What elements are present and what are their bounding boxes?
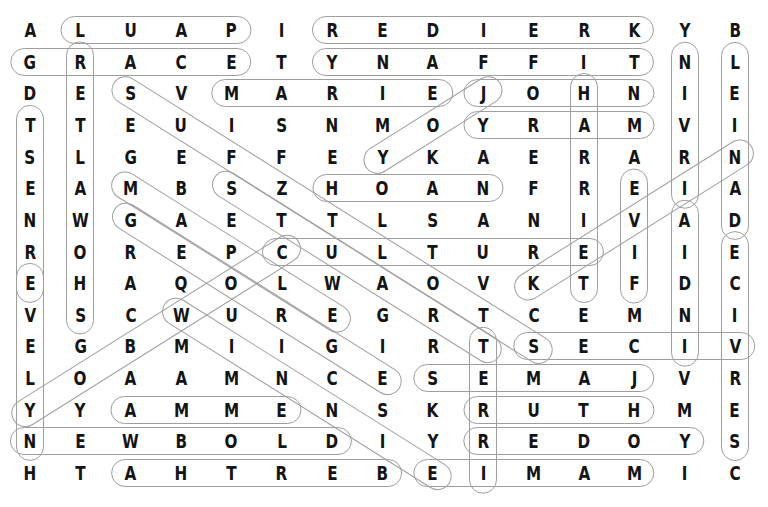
grid-cell-r8c2[interactable]: O (55, 237, 105, 267)
grid-cell-r5c8[interactable]: Y (357, 142, 407, 172)
grid-cell-r13c1[interactable]: Y (5, 395, 55, 425)
grid-cell-r4c10[interactable]: Y (458, 110, 508, 140)
grid-cell-r2c10[interactable]: F (458, 47, 508, 77)
grid-cell-r6c12[interactable]: R (559, 173, 609, 203)
grid-cell-r11c15[interactable]: V (710, 331, 760, 361)
grid-cell-r15c7[interactable]: E (307, 458, 357, 488)
grid-cell-r11c11[interactable]: S (509, 331, 559, 361)
grid-cell-r12c7[interactable]: C (307, 363, 357, 393)
grid-cell-r4c14[interactable]: V (660, 110, 710, 140)
grid-cell-r1c12[interactable]: R (559, 15, 609, 45)
grid-cell-r8c15[interactable]: E (710, 237, 760, 267)
grid-cell-r5c2[interactable]: L (55, 142, 105, 172)
grid-cell-r6c14[interactable]: I (660, 173, 710, 203)
grid-cell-r3c7[interactable]: R (307, 78, 357, 108)
grid-cell-r14c7[interactable]: D (307, 426, 357, 456)
grid-cell-r2c6[interactable]: T (257, 47, 307, 77)
grid-cell-r13c4[interactable]: M (156, 395, 206, 425)
grid-cell-r9c7[interactable]: W (307, 268, 357, 298)
grid-cell-r12c4[interactable]: A (156, 363, 206, 393)
grid-cell-r15c5[interactable]: T (206, 458, 256, 488)
grid-cell-r1c13[interactable]: K (609, 15, 659, 45)
grid-cell-r7c5[interactable]: E (206, 205, 256, 235)
grid-cell-r5c15[interactable]: N (710, 142, 760, 172)
grid-cell-r8c5[interactable]: P (206, 237, 256, 267)
grid-cell-r14c2[interactable]: E (55, 426, 105, 456)
grid-cell-r10c1[interactable]: V (5, 300, 55, 330)
grid-cell-r5c6[interactable]: F (257, 142, 307, 172)
grid-cell-r14c12[interactable]: D (559, 426, 609, 456)
grid-cell-r10c6[interactable]: R (257, 300, 307, 330)
grid-cell-r6c3[interactable]: M (106, 173, 156, 203)
grid-cell-r2c5[interactable]: E (206, 47, 256, 77)
grid-cell-r13c11[interactable]: U (509, 395, 559, 425)
grid-cell-r1c7[interactable]: R (307, 15, 357, 45)
grid-cell-r13c3[interactable]: A (106, 395, 156, 425)
grid-cell-r14c15[interactable]: S (710, 426, 760, 456)
grid-cell-r12c15[interactable]: R (710, 363, 760, 393)
grid-cell-r2c13[interactable]: T (609, 47, 659, 77)
grid-cell-r10c4[interactable]: W (156, 300, 206, 330)
grid-cell-r2c8[interactable]: N (357, 47, 407, 77)
grid-cell-r9c11[interactable]: K (509, 268, 559, 298)
grid-cell-r1c8[interactable]: E (357, 15, 407, 45)
grid-cell-r3c14[interactable]: I (660, 78, 710, 108)
grid-cell-r13c12[interactable]: T (559, 395, 609, 425)
grid-cell-r6c7[interactable]: H (307, 173, 357, 203)
grid-cell-r2c3[interactable]: A (106, 47, 156, 77)
grid-cell-r2c15[interactable]: L (710, 47, 760, 77)
grid-cell-r9c13[interactable]: F (609, 268, 659, 298)
grid-cell-r15c15[interactable]: C (710, 458, 760, 488)
grid-cell-r13c5[interactable]: M (206, 395, 256, 425)
grid-cell-r1c10[interactable]: I (458, 15, 508, 45)
grid-cell-r5c9[interactable]: K (408, 142, 458, 172)
grid-cell-r7c15[interactable]: D (710, 205, 760, 235)
grid-cell-r11c3[interactable]: B (106, 331, 156, 361)
grid-cell-r6c2[interactable]: A (55, 173, 105, 203)
grid-cell-r4c1[interactable]: T (5, 110, 55, 140)
grid-cell-r2c7[interactable]: Y (307, 47, 357, 77)
grid-cell-r12c12[interactable]: A (559, 363, 609, 393)
grid-cell-r4c9[interactable]: O (408, 110, 458, 140)
grid-cell-r11c9[interactable]: R (408, 331, 458, 361)
grid-cell-r7c10[interactable]: A (458, 205, 508, 235)
grid-cell-r4c12[interactable]: A (559, 110, 609, 140)
grid-cell-r3c12[interactable]: H (559, 78, 609, 108)
grid-cell-r9c6[interactable]: L (257, 268, 307, 298)
grid-cell-r3c6[interactable]: A (257, 78, 307, 108)
grid-cell-r10c7[interactable]: E (307, 300, 357, 330)
grid-cell-r11c12[interactable]: E (559, 331, 609, 361)
grid-cell-r7c11[interactable]: N (509, 205, 559, 235)
grid-cell-r8c13[interactable]: I (609, 237, 659, 267)
grid-cell-r3c5[interactable]: M (206, 78, 256, 108)
grid-cell-r1c1[interactable]: A (5, 15, 55, 45)
grid-cell-r13c10[interactable]: R (458, 395, 508, 425)
grid-cell-r6c5[interactable]: S (206, 173, 256, 203)
grid-cell-r9c12[interactable]: T (559, 268, 609, 298)
grid-cell-r13c15[interactable]: E (710, 395, 760, 425)
grid-cell-r9c1[interactable]: E (5, 268, 55, 298)
grid-cell-r12c3[interactable]: A (106, 363, 156, 393)
grid-cell-r10c5[interactable]: U (206, 300, 256, 330)
grid-cell-r3c1[interactable]: D (5, 78, 55, 108)
grid-cell-r12c8[interactable]: E (357, 363, 407, 393)
grid-cell-r8c1[interactable]: R (5, 237, 55, 267)
grid-cell-r9c8[interactable]: A (357, 268, 407, 298)
grid-cell-r7c4[interactable]: A (156, 205, 206, 235)
grid-cell-r15c2[interactable]: T (55, 458, 105, 488)
grid-cell-r12c1[interactable]: L (5, 363, 55, 393)
grid-cell-r1c4[interactable]: A (156, 15, 206, 45)
grid-cell-r15c6[interactable]: R (257, 458, 307, 488)
grid-cell-r15c12[interactable]: A (559, 458, 609, 488)
grid-cell-r3c15[interactable]: E (710, 78, 760, 108)
grid-cell-r6c13[interactable]: E (609, 173, 659, 203)
grid-cell-r11c5[interactable]: I (206, 331, 256, 361)
grid-cell-r5c10[interactable]: A (458, 142, 508, 172)
grid-cell-r5c11[interactable]: E (509, 142, 559, 172)
grid-cell-r7c1[interactable]: N (5, 205, 55, 235)
grid-cell-r1c5[interactable]: P (206, 15, 256, 45)
grid-cell-r8c11[interactable]: R (509, 237, 559, 267)
grid-cell-r2c11[interactable]: F (509, 47, 559, 77)
grid-cell-r11c13[interactable]: C (609, 331, 659, 361)
grid-cell-r15c8[interactable]: B (357, 458, 407, 488)
grid-cell-r5c12[interactable]: R (559, 142, 609, 172)
grid-cell-r12c11[interactable]: M (509, 363, 559, 393)
grid-cell-r6c8[interactable]: O (357, 173, 407, 203)
grid-cell-r7c12[interactable]: I (559, 205, 609, 235)
grid-cell-r3c11[interactable]: O (509, 78, 559, 108)
grid-cell-r13c14[interactable]: M (660, 395, 710, 425)
grid-cell-r4c7[interactable]: N (307, 110, 357, 140)
grid-cell-r14c6[interactable]: L (257, 426, 307, 456)
grid-cell-r1c15[interactable]: B (710, 15, 760, 45)
grid-cell-r8c12[interactable]: E (559, 237, 609, 267)
grid-cell-r3c3[interactable]: S (106, 78, 156, 108)
grid-cell-r14c13[interactable]: O (609, 426, 659, 456)
grid-cell-r2c14[interactable]: N (660, 47, 710, 77)
grid-cell-r14c4[interactable]: B (156, 426, 206, 456)
grid-cell-r8c10[interactable]: U (458, 237, 508, 267)
grid-cell-r4c13[interactable]: M (609, 110, 659, 140)
grid-cell-r3c2[interactable]: E (55, 78, 105, 108)
grid-cell-r9c10[interactable]: V (458, 268, 508, 298)
grid-cell-r10c15[interactable]: I (710, 300, 760, 330)
grid-cell-r8c8[interactable]: L (357, 237, 407, 267)
grid-cell-r5c14[interactable]: R (660, 142, 710, 172)
grid-cell-r1c11[interactable]: E (509, 15, 559, 45)
grid-cell-r9c2[interactable]: H (55, 268, 105, 298)
grid-cell-r14c5[interactable]: O (206, 426, 256, 456)
grid-cell-r12c9[interactable]: S (408, 363, 458, 393)
grid-cell-r6c1[interactable]: E (5, 173, 55, 203)
grid-cell-r11c2[interactable]: G (55, 331, 105, 361)
grid-cell-r3c10[interactable]: J (458, 78, 508, 108)
grid-cell-r8c9[interactable]: T (408, 237, 458, 267)
grid-cell-r14c11[interactable]: E (509, 426, 559, 456)
grid-cell-r4c8[interactable]: M (357, 110, 407, 140)
word-search-board: ALUAPIREDIERKYBGRACETYNAFFITNLDESVMARIEJ… (0, 0, 768, 507)
grid-cell-r6c6[interactable]: Z (257, 173, 307, 203)
grid-cell-r5c4[interactable]: E (156, 142, 206, 172)
grid-cell-r13c8[interactable]: S (357, 395, 407, 425)
grid-cell-r12c2[interactable]: O (55, 363, 105, 393)
grid-cell-r11c7[interactable]: G (307, 331, 357, 361)
grid-cell-r4c15[interactable]: I (710, 110, 760, 140)
grid-cell-r12c13[interactable]: J (609, 363, 659, 393)
grid-cell-r15c13[interactable]: M (609, 458, 659, 488)
grid-cell-r2c9[interactable]: A (408, 47, 458, 77)
grid-cell-r6c10[interactable]: N (458, 173, 508, 203)
grid-cell-r4c6[interactable]: S (257, 110, 307, 140)
grid-cell-r15c9[interactable]: E (408, 458, 458, 488)
grid-cell-r10c10[interactable]: T (458, 300, 508, 330)
grid-cell-r2c1[interactable]: G (5, 47, 55, 77)
grid-cell-r10c2[interactable]: S (55, 300, 105, 330)
grid-cell-r5c7[interactable]: E (307, 142, 357, 172)
grid-cell-r2c4[interactable]: C (156, 47, 206, 77)
grid-cell-r13c6[interactable]: E (257, 395, 307, 425)
grid-cell-r1c14[interactable]: Y (660, 15, 710, 45)
grid-cell-r2c2[interactable]: R (55, 47, 105, 77)
grid-cell-r7c3[interactable]: G (106, 205, 156, 235)
grid-cell-r12c5[interactable]: M (206, 363, 256, 393)
grid-cell-r9c3[interactable]: A (106, 268, 156, 298)
grid-cell-r3c4[interactable]: V (156, 78, 206, 108)
grid-cell-r10c14[interactable]: N (660, 300, 710, 330)
grid-cell-r11c4[interactable]: M (156, 331, 206, 361)
grid-cell-r3c9[interactable]: E (408, 78, 458, 108)
grid-cell-r5c1[interactable]: S (5, 142, 55, 172)
grid-cell-r9c15[interactable]: C (710, 268, 760, 298)
grid-cell-r3c8[interactable]: I (357, 78, 407, 108)
grid-cell-r11c1[interactable]: E (5, 331, 55, 361)
grid-cell-r2c12[interactable]: I (559, 47, 609, 77)
grid-cell-r15c3[interactable]: A (106, 458, 156, 488)
grid-cell-r8c6[interactable]: C (257, 237, 307, 267)
grid-cell-r14c1[interactable]: N (5, 426, 55, 456)
grid-cell-r11c8[interactable]: I (357, 331, 407, 361)
grid-cell-r7c9[interactable]: S (408, 205, 458, 235)
grid-cell-r4c11[interactable]: R (509, 110, 559, 140)
grid-cell-r1c6[interactable]: I (257, 15, 307, 45)
grid-cell-r10c11[interactable]: C (509, 300, 559, 330)
grid-cell-r11c10[interactable]: T (458, 331, 508, 361)
grid-cell-r15c1[interactable]: H (5, 458, 55, 488)
grid-cell-r1c3[interactable]: U (106, 15, 156, 45)
grid-cell-r11c6[interactable]: I (257, 331, 307, 361)
grid-cell-r12c6[interactable]: N (257, 363, 307, 393)
grid-cell-r15c10[interactable]: I (458, 458, 508, 488)
grid-cell-r9c14[interactable]: D (660, 268, 710, 298)
grid-cell-r15c14[interactable]: I (660, 458, 710, 488)
grid-cell-r10c9[interactable]: R (408, 300, 458, 330)
grid-cell-r8c4[interactable]: E (156, 237, 206, 267)
grid-cell-r5c3[interactable]: G (106, 142, 156, 172)
grid-cell-r14c14[interactable]: Y (660, 426, 710, 456)
grid-cell-r9c5[interactable]: O (206, 268, 256, 298)
grid-cell-r6c9[interactable]: A (408, 173, 458, 203)
grid-cell-r4c2[interactable]: T (55, 110, 105, 140)
grid-cell-r10c12[interactable]: E (559, 300, 609, 330)
grid-cell-r4c3[interactable]: E (106, 110, 156, 140)
grid-cell-r14c10[interactable]: R (458, 426, 508, 456)
grid-cell-r7c13[interactable]: V (609, 205, 659, 235)
grid-cell-r12c10[interactable]: E (458, 363, 508, 393)
grid-cell-r11c14[interactable]: I (660, 331, 710, 361)
grid-cell-r14c3[interactable]: W (106, 426, 156, 456)
grid-cell-r13c13[interactable]: H (609, 395, 659, 425)
grid-cell-r10c13[interactable]: M (609, 300, 659, 330)
grid-cell-r12c14[interactable]: V (660, 363, 710, 393)
grid-cell-r6c4[interactable]: B (156, 173, 206, 203)
grid-cell-r10c3[interactable]: C (106, 300, 156, 330)
grid-cell-r5c5[interactable]: F (206, 142, 256, 172)
grid-cell-r6c15[interactable]: A (710, 173, 760, 203)
grid-cell-r9c4[interactable]: Q (156, 268, 206, 298)
grid-cell-r7c7[interactable]: T (307, 205, 357, 235)
grid-cell-r7c14[interactable]: A (660, 205, 710, 235)
grid-cell-r7c2[interactable]: W (55, 205, 105, 235)
grid-cell-r15c11[interactable]: M (509, 458, 559, 488)
grid-cell-r7c6[interactable]: T (257, 205, 307, 235)
grid-cell-r13c2[interactable]: Y (55, 395, 105, 425)
grid-cell-r14c8[interactable]: I (357, 426, 407, 456)
grid-cell-r5c13[interactable]: A (609, 142, 659, 172)
grid-cell-r13c7[interactable]: N (307, 395, 357, 425)
grid-cell-r1c9[interactable]: D (408, 15, 458, 45)
grid-cell-r3c13[interactable]: N (609, 78, 659, 108)
grid-cell-r6c11[interactable]: F (509, 173, 559, 203)
grid-cell-r4c4[interactable]: U (156, 110, 206, 140)
grid-cell-r10c8[interactable]: G (357, 300, 407, 330)
grid-cell-r9c9[interactable]: O (408, 268, 458, 298)
grid-cell-r1c2[interactable]: L (55, 15, 105, 45)
grid-cell-r8c7[interactable]: U (307, 237, 357, 267)
grid-cell-r14c9[interactable]: Y (408, 426, 458, 456)
grid-cell-r4c5[interactable]: I (206, 110, 256, 140)
grid-cell-r13c9[interactable]: K (408, 395, 458, 425)
grid-cell-r8c3[interactable]: R (106, 237, 156, 267)
grid-cell-r15c4[interactable]: H (156, 458, 206, 488)
grid-cell-r8c14[interactable]: I (660, 237, 710, 267)
grid-cell-r7c8[interactable]: L (357, 205, 407, 235)
